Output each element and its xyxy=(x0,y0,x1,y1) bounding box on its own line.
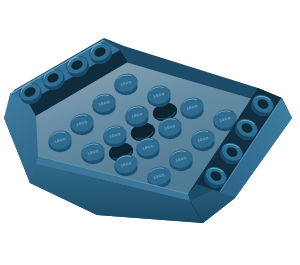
brick-illustration: LEGOLEGOLEGOLEGOLEGOLEGOLEGOLEGOLEGOLEGO… xyxy=(0,0,300,265)
lego-brick-photo: LEGOLEGOLEGOLEGOLEGOLEGOLEGOLEGOLEGOLEGO… xyxy=(0,0,300,265)
